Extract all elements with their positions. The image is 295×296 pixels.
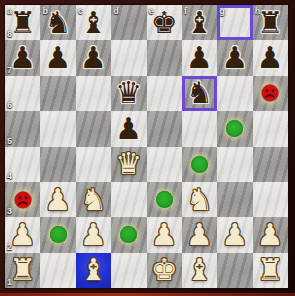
piece-white-pawn[interactable]: ♟ (80, 220, 107, 250)
square-a7[interactable]: 7♟ (5, 40, 40, 75)
piece-white-knight[interactable]: ♞ (80, 185, 107, 215)
legal-move-dot-icon[interactable] (226, 120, 243, 137)
square-b6[interactable] (40, 76, 75, 111)
piece-white-pawn[interactable]: ♟ (186, 220, 213, 250)
rank-label-4: 4 (7, 171, 12, 181)
square-d4[interactable]: ♛ (111, 147, 146, 182)
piece-black-pawn[interactable]: ♟ (80, 43, 107, 73)
rank-label-2: 2 (7, 242, 12, 252)
square-d3[interactable] (111, 182, 146, 217)
piece-black-king[interactable]: ♚ (151, 8, 178, 38)
square-g3[interactable] (217, 182, 252, 217)
square-f2[interactable]: ♟ (182, 217, 217, 252)
square-b8[interactable]: b♞ (40, 5, 75, 40)
square-c3[interactable]: ♞ (76, 182, 111, 217)
square-f4[interactable] (182, 147, 217, 182)
square-g1[interactable] (217, 253, 252, 288)
piece-black-pawn[interactable]: ♟ (115, 114, 142, 144)
file-label-h: h (255, 6, 261, 16)
square-b1[interactable] (40, 253, 75, 288)
square-h8[interactable]: h♜ (253, 5, 288, 40)
rank-label-3: 3 (7, 206, 12, 216)
piece-black-pawn[interactable]: ♟ (186, 43, 213, 73)
square-e1[interactable]: ♚ (147, 253, 182, 288)
piece-black-queen[interactable]: ♛ (115, 78, 142, 108)
square-b5[interactable] (40, 111, 75, 146)
square-f6[interactable]: ♞ (182, 76, 217, 111)
piece-white-rook[interactable]: ♜ (257, 255, 284, 285)
square-c1[interactable]: ♝ (76, 253, 111, 288)
square-h2[interactable]: ♟ (253, 217, 288, 252)
rank-label-1: 1 (7, 277, 12, 287)
square-e8[interactable]: e♚ (147, 5, 182, 40)
square-h7[interactable]: ♟ (253, 40, 288, 75)
piece-white-pawn[interactable]: ♟ (45, 185, 72, 215)
piece-white-pawn[interactable]: ♟ (257, 220, 284, 250)
square-e5[interactable] (147, 111, 182, 146)
square-d2[interactable] (111, 217, 146, 252)
piece-black-pawn[interactable]: ♟ (9, 43, 36, 73)
square-a1[interactable]: 1♜ (5, 253, 40, 288)
legal-move-dot-icon[interactable] (120, 226, 137, 243)
square-b4[interactable] (40, 147, 75, 182)
square-a4[interactable]: 4 (5, 147, 40, 182)
square-a2[interactable]: 2♟ (5, 217, 40, 252)
square-g2[interactable]: ♟ (217, 217, 252, 252)
piece-white-pawn[interactable]: ♟ (151, 220, 178, 250)
square-d1[interactable] (111, 253, 146, 288)
square-f7[interactable]: ♟ (182, 40, 217, 75)
square-d8[interactable]: d (111, 5, 146, 40)
square-f5[interactable] (182, 111, 217, 146)
chess-board[interactable]: a8♜b♞c♝de♚f♝gh♜7♟♟♟♟♟♟6♛♞5♟4♛3♟♞♞2♟♟♟♟♟♟… (5, 5, 288, 288)
square-a6[interactable]: 6 (5, 76, 40, 111)
square-c2[interactable]: ♟ (76, 217, 111, 252)
unsafe-move-sad-face-icon[interactable] (14, 191, 32, 209)
rank-label-7: 7 (7, 65, 12, 75)
square-h5[interactable] (253, 111, 288, 146)
piece-black-pawn[interactable]: ♟ (221, 43, 248, 73)
square-h3[interactable] (253, 182, 288, 217)
square-c8[interactable]: c♝ (76, 5, 111, 40)
file-label-a: a (7, 6, 12, 16)
piece-black-pawn[interactable]: ♟ (257, 43, 284, 73)
square-b2[interactable] (40, 217, 75, 252)
rank-label-5: 5 (7, 136, 12, 146)
square-e7[interactable] (147, 40, 182, 75)
square-h4[interactable] (253, 147, 288, 182)
piece-white-pawn[interactable]: ♟ (9, 220, 36, 250)
file-label-g: g (219, 6, 225, 16)
piece-white-bishop[interactable]: ♝ (80, 255, 107, 285)
square-a5[interactable]: 5 (5, 111, 40, 146)
square-h6[interactable] (253, 76, 288, 111)
square-a8[interactable]: a8♜ (5, 5, 40, 40)
piece-black-pawn[interactable]: ♟ (45, 43, 72, 73)
square-c4[interactable] (76, 147, 111, 182)
piece-white-queen[interactable]: ♛ (115, 149, 142, 179)
square-h1[interactable]: ♜ (253, 253, 288, 288)
piece-black-bishop[interactable]: ♝ (186, 8, 213, 38)
chess-app-window: a8♜b♞c♝de♚f♝gh♜7♟♟♟♟♟♟6♛♞5♟4♛3♟♞♞2♟♟♟♟♟♟… (0, 0, 295, 296)
square-e2[interactable]: ♟ (147, 217, 182, 252)
square-c6[interactable] (76, 76, 111, 111)
square-d6[interactable]: ♛ (111, 76, 146, 111)
square-e6[interactable] (147, 76, 182, 111)
file-label-f: f (184, 6, 187, 16)
square-a3[interactable]: 3 (5, 182, 40, 217)
legal-move-dot-icon[interactable] (156, 191, 173, 208)
square-d7[interactable] (111, 40, 146, 75)
square-g7[interactable]: ♟ (217, 40, 252, 75)
piece-black-knight[interactable]: ♞ (186, 78, 213, 108)
legal-move-dot-icon[interactable] (191, 156, 208, 173)
piece-black-rook[interactable]: ♜ (257, 8, 284, 38)
square-c7[interactable]: ♟ (76, 40, 111, 75)
square-g4[interactable] (217, 147, 252, 182)
piece-white-pawn[interactable]: ♟ (221, 220, 248, 250)
square-d5[interactable]: ♟ (111, 111, 146, 146)
square-g5[interactable] (217, 111, 252, 146)
square-g6[interactable] (217, 76, 252, 111)
square-f3[interactable]: ♞ (182, 182, 217, 217)
square-b7[interactable]: ♟ (40, 40, 75, 75)
legal-move-dot-icon[interactable] (50, 226, 67, 243)
piece-white-bishop[interactable]: ♝ (186, 255, 213, 285)
square-b3[interactable]: ♟ (40, 182, 75, 217)
file-label-b: b (42, 6, 48, 16)
rank-label-6: 6 (7, 100, 12, 110)
square-g8[interactable]: g (217, 5, 252, 40)
piece-white-knight[interactable]: ♞ (186, 185, 213, 215)
square-e3[interactable] (147, 182, 182, 217)
rank-label-8: 8 (7, 29, 12, 39)
file-label-e: e (149, 6, 154, 16)
square-f1[interactable]: ♝ (182, 253, 217, 288)
square-f8[interactable]: f♝ (182, 5, 217, 40)
unsafe-move-sad-face-icon[interactable] (261, 84, 279, 102)
piece-white-rook[interactable]: ♜ (9, 255, 36, 285)
piece-white-king[interactable]: ♚ (151, 255, 178, 285)
square-c5[interactable] (76, 111, 111, 146)
file-label-d: d (113, 6, 119, 16)
piece-black-bishop[interactable]: ♝ (80, 8, 107, 38)
piece-black-rook[interactable]: ♜ (9, 8, 36, 38)
square-e4[interactable] (147, 147, 182, 182)
file-label-c: c (78, 6, 83, 16)
piece-black-knight[interactable]: ♞ (45, 8, 72, 38)
